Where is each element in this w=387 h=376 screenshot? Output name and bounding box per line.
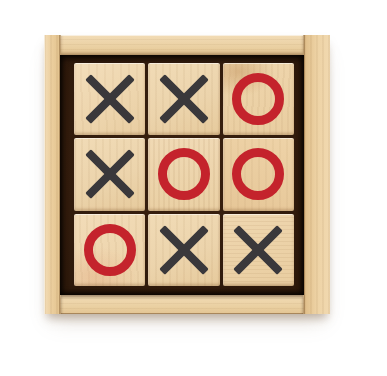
cell-r2c2[interactable] — [148, 138, 219, 210]
game-box — [44, 35, 330, 314]
box-cavity — [60, 55, 304, 295]
cell-r3c1[interactable] — [74, 214, 145, 286]
cell-r2c1[interactable] — [74, 138, 145, 210]
cell-r2c3[interactable] — [223, 138, 294, 210]
box-rail-right — [304, 35, 330, 314]
cell-r1c3[interactable] — [223, 63, 294, 135]
cell-r3c2[interactable] — [148, 214, 219, 286]
piece-o — [158, 148, 210, 200]
box-rail-left — [44, 35, 60, 314]
cell-r1c1[interactable] — [74, 63, 145, 135]
piece-x — [74, 63, 145, 135]
box-plank-top — [60, 35, 304, 55]
product-photo-scene — [0, 0, 387, 376]
box-plank-bottom — [60, 295, 304, 314]
piece-o — [84, 224, 136, 276]
board-grid — [60, 55, 304, 295]
cell-r3c3[interactable] — [223, 214, 294, 286]
cell-r1c2[interactable] — [148, 63, 219, 135]
piece-x — [148, 63, 219, 135]
piece-o — [232, 73, 284, 125]
piece-x — [74, 138, 145, 210]
piece-x — [223, 214, 294, 286]
piece-o — [232, 148, 284, 200]
piece-x — [148, 214, 219, 286]
